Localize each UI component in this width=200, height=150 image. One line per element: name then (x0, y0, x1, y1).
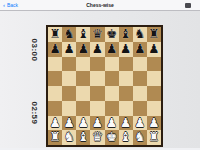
white-pawn: ♟ (106, 117, 117, 130)
white-knight: ♞ (134, 131, 145, 144)
square-d3[interactable] (90, 101, 104, 116)
white-bishop: ♝ (78, 131, 89, 144)
black-pawn: ♟ (106, 43, 117, 56)
square-d1[interactable]: ♛ (90, 130, 104, 145)
square-d7[interactable]: ♟ (90, 42, 104, 57)
white-queen: ♛ (92, 131, 103, 144)
square-g5[interactable] (133, 71, 147, 86)
square-h7[interactable]: ♟ (147, 42, 161, 57)
square-h1[interactable]: ♜ (147, 130, 161, 145)
square-e8[interactable]: ♚ (105, 27, 119, 42)
back-chevron-icon: ‹ (3, 2, 5, 8)
square-e3[interactable] (105, 101, 119, 116)
square-c7[interactable]: ♟ (76, 42, 90, 57)
square-h5[interactable] (147, 71, 161, 86)
square-f5[interactable] (119, 71, 133, 86)
back-button[interactable]: ‹ Back (3, 0, 18, 10)
square-d4[interactable] (90, 86, 104, 101)
page-title: Chess-wise (86, 2, 114, 8)
square-f3[interactable] (119, 101, 133, 116)
white-pawn: ♟ (64, 117, 75, 130)
white-pawn: ♟ (148, 117, 159, 130)
square-b7[interactable]: ♟ (62, 42, 76, 57)
square-c1[interactable]: ♝ (76, 130, 90, 145)
black-clock: 03:00 (30, 34, 40, 66)
nav-bar: ‹ Back Chess-wise (0, 0, 200, 11)
white-clock: 02:59 (30, 97, 40, 129)
square-c3[interactable] (76, 101, 90, 116)
square-a3[interactable] (48, 101, 62, 116)
square-g8[interactable]: ♞ (133, 27, 147, 42)
square-a1[interactable]: ♜ (48, 130, 62, 145)
board-menu-icon[interactable] (185, 3, 191, 8)
square-b3[interactable] (62, 101, 76, 116)
black-king: ♚ (106, 28, 117, 41)
square-g2[interactable]: ♟ (133, 116, 147, 131)
black-rook: ♜ (148, 28, 159, 41)
square-f2[interactable]: ♟ (119, 116, 133, 131)
black-pawn: ♟ (148, 43, 159, 56)
black-pawn: ♟ (49, 43, 60, 56)
square-h2[interactable]: ♟ (147, 116, 161, 131)
square-f8[interactable]: ♝ (119, 27, 133, 42)
square-c2[interactable]: ♟ (76, 116, 90, 131)
square-b8[interactable]: ♞ (62, 27, 76, 42)
white-bishop: ♝ (120, 131, 131, 144)
square-h6[interactable] (147, 57, 161, 72)
square-g3[interactable] (133, 101, 147, 116)
square-b4[interactable] (62, 86, 76, 101)
black-queen: ♛ (92, 28, 103, 41)
square-a7[interactable]: ♟ (48, 42, 62, 57)
white-rook: ♜ (148, 131, 159, 144)
chess-board[interactable]: ♜♞♝♛♚♝♞♜♟♟♟♟♟♟♟♟♟♟♟♟♟♟♟♟♜♞♝♛♚♝♞♜ (46, 25, 163, 147)
black-pawn: ♟ (64, 43, 75, 56)
black-pawn: ♟ (134, 43, 145, 56)
square-g7[interactable]: ♟ (133, 42, 147, 57)
square-c6[interactable] (76, 57, 90, 72)
square-g4[interactable] (133, 86, 147, 101)
white-pawn: ♟ (78, 117, 89, 130)
back-button-label: Back (7, 2, 18, 8)
square-a2[interactable]: ♟ (48, 116, 62, 131)
white-pawn: ♟ (120, 117, 131, 130)
square-g6[interactable] (133, 57, 147, 72)
square-d6[interactable] (90, 57, 104, 72)
square-f7[interactable]: ♟ (119, 42, 133, 57)
game-area: 03:00 02:59 ♜♞♝♛♚♝♞♜♟♟♟♟♟♟♟♟♟♟♟♟♟♟♟♟♜♞♝♛… (0, 11, 200, 150)
square-a6[interactable] (48, 57, 62, 72)
bottom-band (0, 148, 200, 150)
black-knight: ♞ (64, 28, 75, 41)
square-c8[interactable]: ♝ (76, 27, 90, 42)
square-c5[interactable] (76, 71, 90, 86)
white-rook: ♜ (49, 131, 60, 144)
black-rook: ♜ (49, 28, 60, 41)
square-a5[interactable] (48, 71, 62, 86)
white-pawn: ♟ (92, 117, 103, 130)
square-b2[interactable]: ♟ (62, 116, 76, 131)
square-h8[interactable]: ♜ (147, 27, 161, 42)
white-pawn: ♟ (134, 117, 145, 130)
square-e2[interactable]: ♟ (105, 116, 119, 131)
square-b6[interactable] (62, 57, 76, 72)
square-d5[interactable] (90, 71, 104, 86)
square-e7[interactable]: ♟ (105, 42, 119, 57)
square-a8[interactable]: ♜ (48, 27, 62, 42)
square-f1[interactable]: ♝ (119, 130, 133, 145)
black-bishop: ♝ (120, 28, 131, 41)
square-d2[interactable]: ♟ (90, 116, 104, 131)
square-g1[interactable]: ♞ (133, 130, 147, 145)
square-b5[interactable] (62, 71, 76, 86)
square-e1[interactable]: ♚ (105, 130, 119, 145)
black-bishop: ♝ (78, 28, 89, 41)
square-h4[interactable] (147, 86, 161, 101)
square-e6[interactable] (105, 57, 119, 72)
square-e5[interactable] (105, 71, 119, 86)
square-f4[interactable] (119, 86, 133, 101)
square-d8[interactable]: ♛ (90, 27, 104, 42)
square-e4[interactable] (105, 86, 119, 101)
square-c4[interactable] (76, 86, 90, 101)
white-king: ♚ (106, 131, 117, 144)
square-b1[interactable]: ♞ (62, 130, 76, 145)
black-pawn: ♟ (120, 43, 131, 56)
black-knight: ♞ (134, 28, 145, 41)
square-a4[interactable] (48, 86, 62, 101)
black-pawn: ♟ (92, 43, 103, 56)
square-h3[interactable] (147, 101, 161, 116)
white-knight: ♞ (64, 131, 75, 144)
black-pawn: ♟ (78, 43, 89, 56)
square-f6[interactable] (119, 57, 133, 72)
white-pawn: ♟ (49, 117, 60, 130)
